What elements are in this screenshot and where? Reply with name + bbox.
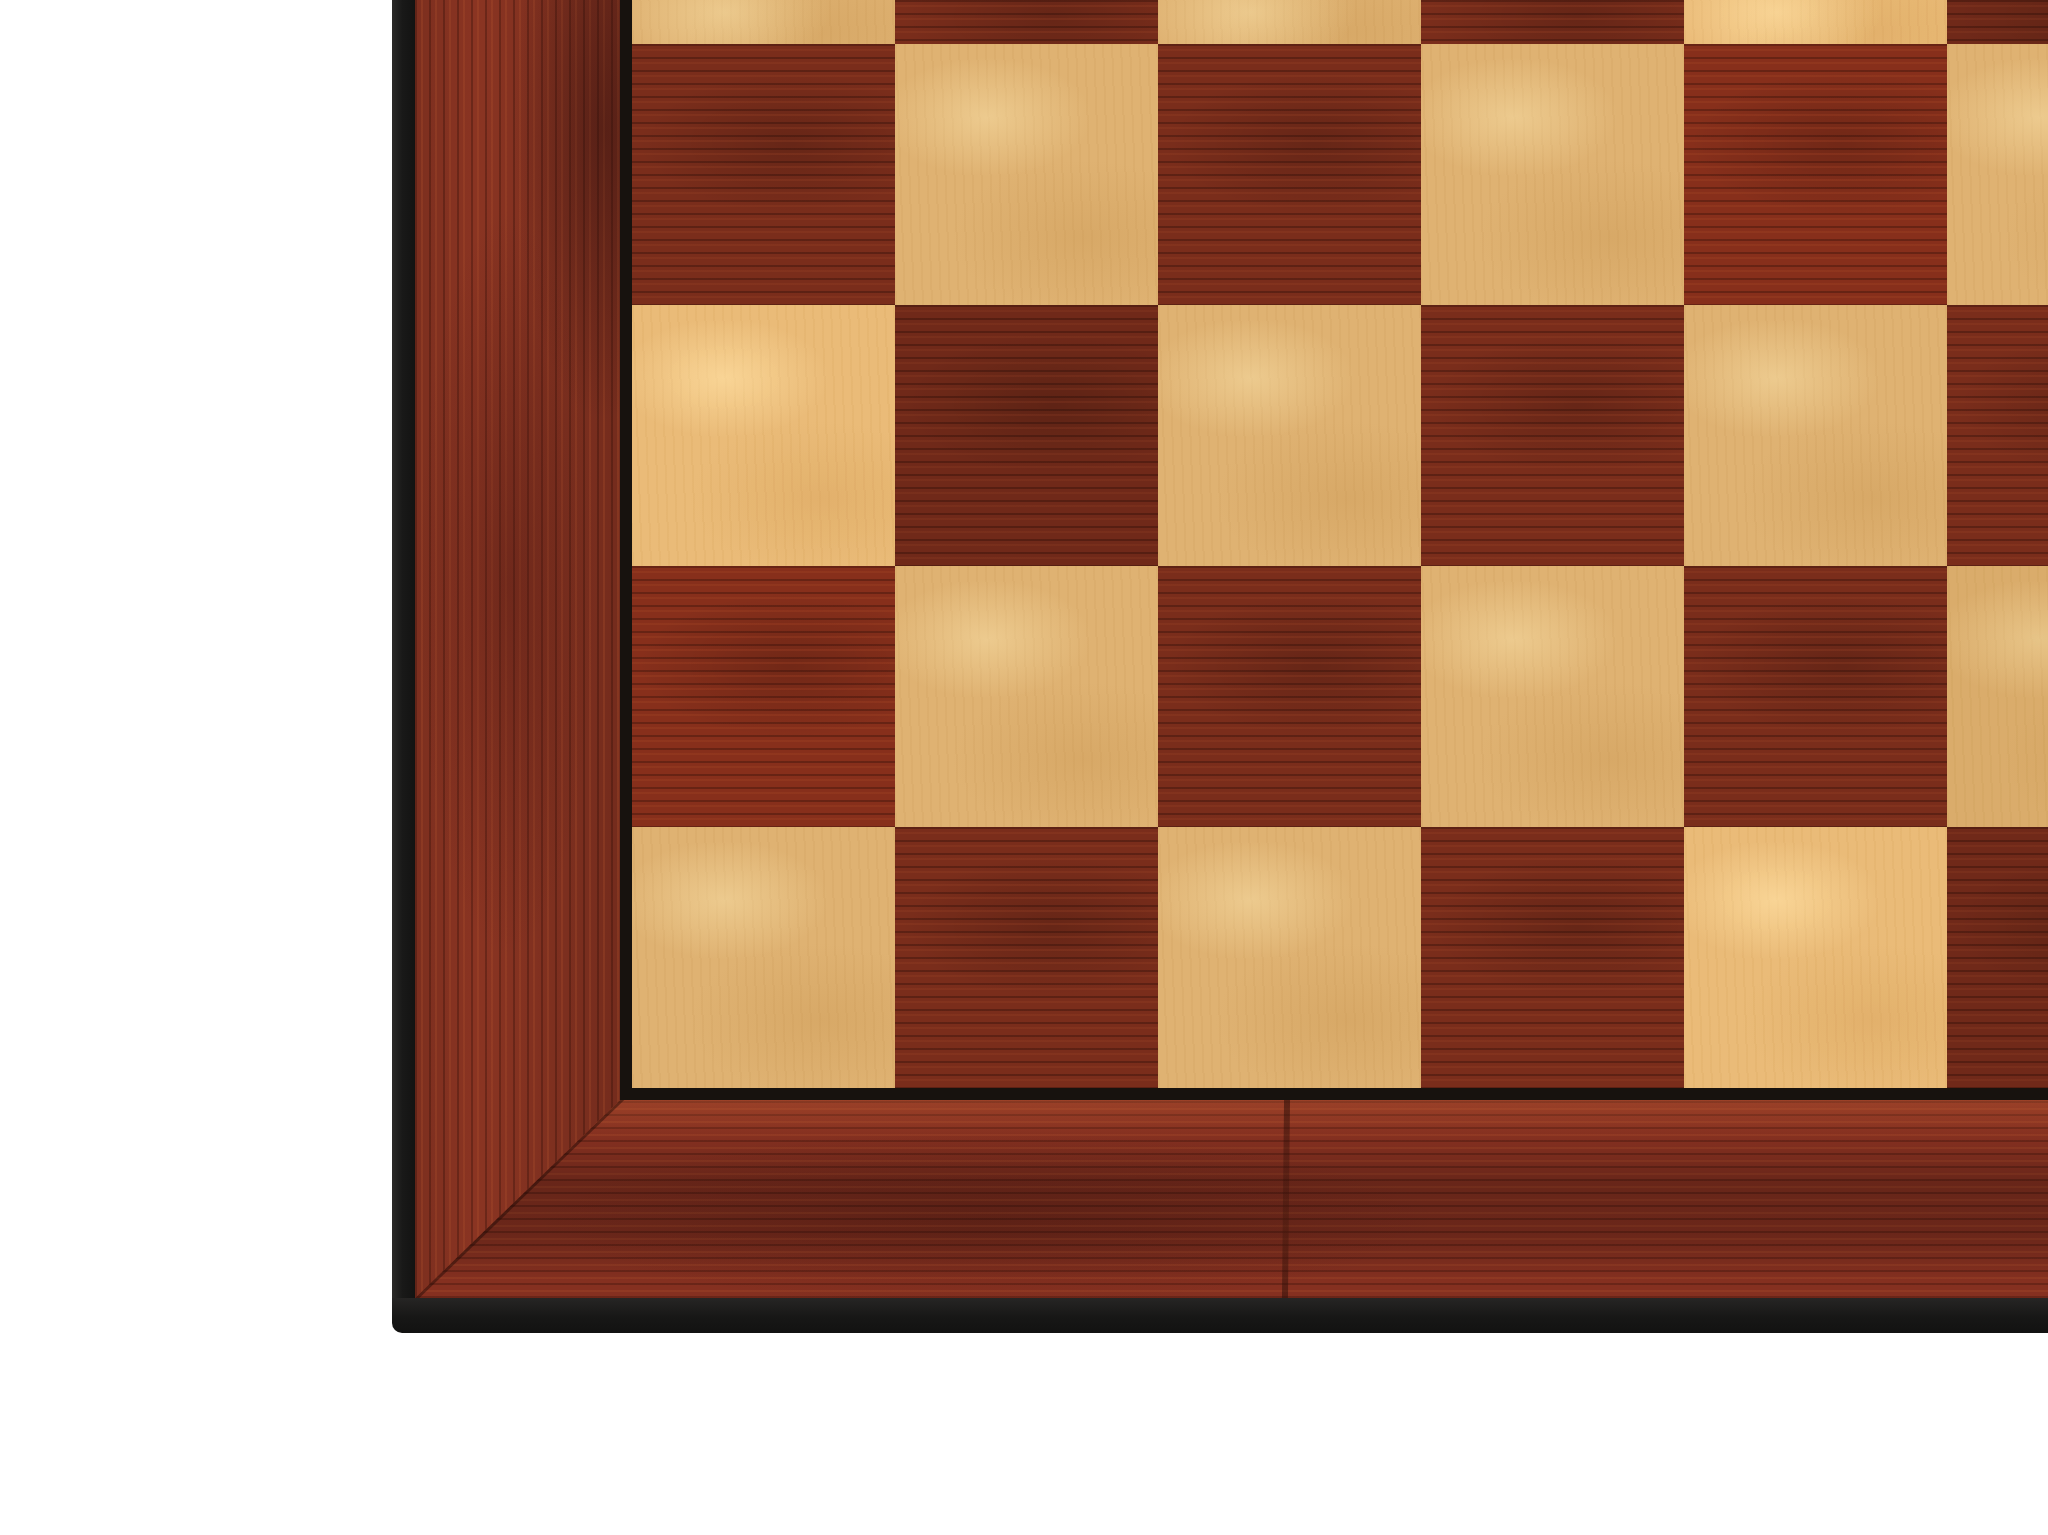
board-square: [1158, 0, 1421, 44]
board-square: [1421, 827, 1684, 1088]
board-inlay-line-left: [620, 0, 632, 1100]
board-square: [895, 0, 1158, 44]
board-square: [1421, 0, 1684, 44]
board-square: [1947, 566, 2048, 827]
board-square: [895, 566, 1158, 827]
board-square: [1947, 827, 2048, 1088]
chess-board-grid: [632, 0, 2048, 1088]
board-square: [1158, 44, 1421, 305]
board-square: [1158, 566, 1421, 827]
board-square: [1684, 827, 1947, 1088]
board-frame-bottom: [415, 1100, 2048, 1298]
board-square: [1684, 0, 1947, 44]
board-square: [1421, 566, 1684, 827]
board-square: [895, 44, 1158, 305]
photo-background: [0, 0, 2048, 1535]
board-square: [1421, 305, 1684, 566]
board-square: [632, 566, 895, 827]
board-square: [632, 0, 895, 44]
board-square: [632, 827, 895, 1088]
board-square: [632, 44, 895, 305]
board-square: [1158, 305, 1421, 566]
board-outer-edge-bottom: [392, 1298, 2048, 1333]
board-square: [895, 827, 1158, 1088]
board-square: [1158, 827, 1421, 1088]
board-square: [1947, 0, 2048, 44]
board-square: [1684, 566, 1947, 827]
board-square: [1684, 305, 1947, 566]
board-square: [895, 305, 1158, 566]
board-frame-left: [415, 0, 620, 1298]
board-outer-edge-left: [392, 0, 415, 1298]
board-square: [1421, 44, 1684, 305]
board-square: [1947, 44, 2048, 305]
board-square: [632, 305, 895, 566]
board-square: [1947, 305, 2048, 566]
board-square: [1684, 44, 1947, 305]
board-inlay-line-bottom: [620, 1088, 2048, 1100]
